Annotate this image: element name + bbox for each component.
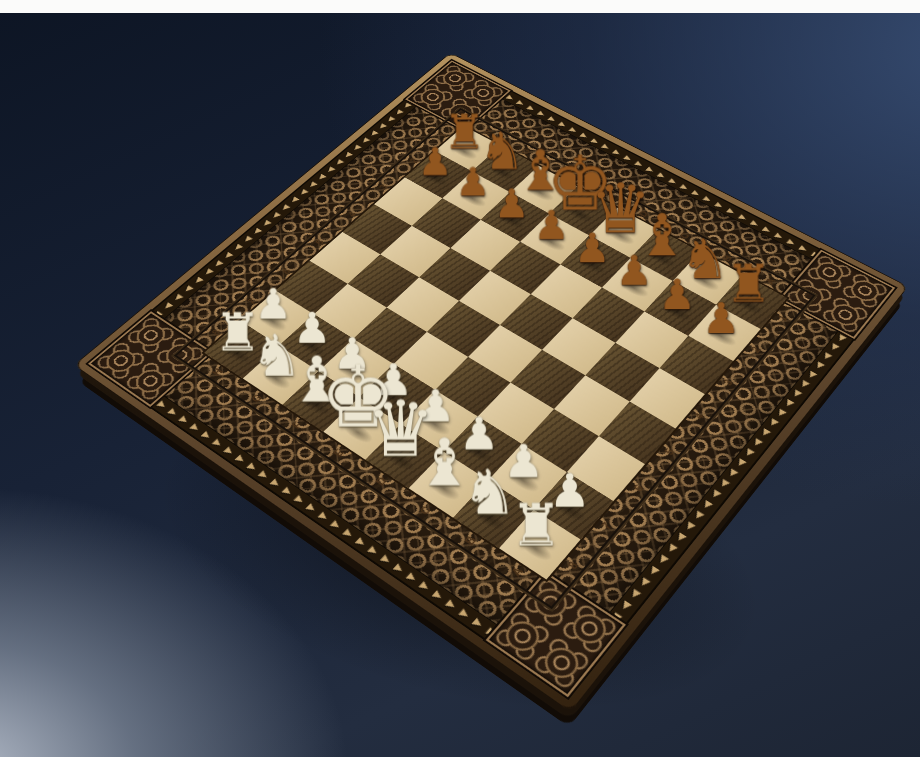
coordinate-label: A (748, 262, 790, 300)
coordinate-label: 2 (390, 146, 438, 176)
square-f3[interactable] (450, 220, 520, 271)
coordinate-label: H (466, 115, 508, 147)
brown-pawn-glyph: ♟ (658, 274, 695, 316)
coordinate-label: E (581, 175, 623, 210)
coordinate-label: 3 (359, 172, 407, 203)
square-d3[interactable] (531, 264, 602, 318)
coordinate-label: 6 (261, 254, 311, 288)
chevron-strip-north: ▶▶▶▶▶▶▶▶▶▶▶▶▶▶▶▶▶▶▶▶▶▶▶▶▶▶▶▶▶▶▶▶▶▶ (443, 61, 894, 298)
square-g5[interactable] (348, 254, 419, 307)
brown-pawn-glyph: ♟ (533, 206, 569, 246)
coordinate-label: 1 (419, 121, 466, 150)
brown-pawn-glyph: ♟ (616, 251, 653, 292)
file-labels-north: HGFEDCBA (464, 117, 797, 298)
square-f2[interactable]: ♟ (481, 192, 549, 241)
square-e3[interactable] (490, 242, 560, 294)
square-e2[interactable]: ♟ (520, 214, 589, 265)
coordinate-label: F (542, 155, 584, 189)
scene: ▶▶▶▶▶▶▶▶▶▶▶▶▶▶▶▶▶▶▶▶▶▶▶▶▶▶▶▶▶▶▶▶▶▶ ▶▶▶▶▶… (0, 0, 920, 757)
square-c2[interactable]: ♟ (602, 258, 673, 311)
square-g3[interactable] (412, 198, 481, 248)
coordinate-label: 5 (295, 226, 344, 259)
square-f5[interactable] (387, 277, 459, 332)
square-d2[interactable]: ♟ (561, 236, 631, 288)
square-f4[interactable] (419, 248, 490, 301)
coordinate-label: 4 (327, 198, 376, 230)
brown-pawn-glyph: ♟ (455, 163, 490, 202)
brown-pawn-glyph: ♟ (574, 228, 610, 269)
brown-pawn-glyph: ♟ (494, 184, 529, 224)
coordinate-label: B (705, 239, 747, 276)
coordinate-label: C (663, 217, 705, 253)
square-e4[interactable] (459, 271, 531, 325)
brown-pawn-glyph: ♟ (702, 298, 740, 340)
square-b3[interactable] (615, 311, 688, 368)
white-rook-glyph: ♜ (510, 496, 562, 554)
square-g2[interactable]: ♟ (442, 172, 510, 220)
coordinate-label: G (504, 135, 546, 168)
carved-chess-box: ▶▶▶▶▶▶▶▶▶▶▶▶▶▶▶▶▶▶▶▶▶▶▶▶▶▶▶▶▶▶▶▶▶▶ ▶▶▶▶▶… (73, 53, 908, 713)
square-g4[interactable] (380, 226, 450, 277)
coordinate-label: D (621, 196, 663, 232)
